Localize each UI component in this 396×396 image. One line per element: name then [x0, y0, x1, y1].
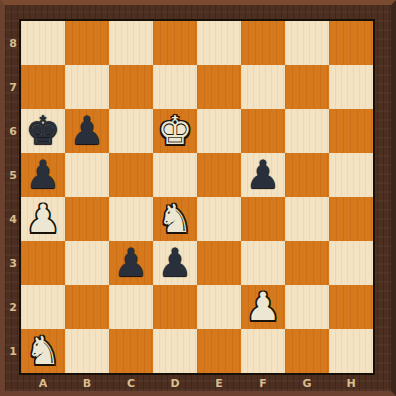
rank-label-2: 2 [5, 285, 21, 329]
file-label-c: C [109, 374, 153, 392]
square-e3[interactable] [197, 241, 241, 285]
piece-black-pawn[interactable]: ♟ [26, 153, 61, 197]
square-e2[interactable] [197, 285, 241, 329]
square-h7[interactable] [329, 65, 373, 109]
piece-black-pawn[interactable]: ♟ [246, 153, 281, 197]
square-c4[interactable] [109, 197, 153, 241]
square-d7[interactable] [153, 65, 197, 109]
square-e6[interactable] [197, 109, 241, 153]
file-label-a: A [21, 374, 65, 392]
square-h4[interactable] [329, 197, 373, 241]
square-g7[interactable] [285, 65, 329, 109]
piece-white-king[interactable]: ♚ [158, 109, 193, 153]
square-f5[interactable]: ♟ [241, 153, 285, 197]
square-d3[interactable]: ♟ [153, 241, 197, 285]
square-b2[interactable] [65, 285, 109, 329]
square-h3[interactable] [329, 241, 373, 285]
file-label-d: D [153, 374, 197, 392]
square-g1[interactable] [285, 329, 329, 373]
square-c7[interactable] [109, 65, 153, 109]
square-e5[interactable] [197, 153, 241, 197]
square-h2[interactable] [329, 285, 373, 329]
square-d1[interactable] [153, 329, 197, 373]
square-e4[interactable] [197, 197, 241, 241]
square-d8[interactable] [153, 21, 197, 65]
square-f2[interactable]: ♟ [241, 285, 285, 329]
square-c5[interactable] [109, 153, 153, 197]
rank-label-8: 8 [5, 21, 21, 65]
square-b5[interactable] [65, 153, 109, 197]
square-a6[interactable]: ♚ [21, 109, 65, 153]
square-d5[interactable] [153, 153, 197, 197]
square-a5[interactable]: ♟ [21, 153, 65, 197]
square-f1[interactable] [241, 329, 285, 373]
square-b6[interactable]: ♟ [65, 109, 109, 153]
square-b3[interactable] [65, 241, 109, 285]
square-c1[interactable] [109, 329, 153, 373]
square-g2[interactable] [285, 285, 329, 329]
square-g5[interactable] [285, 153, 329, 197]
square-c6[interactable] [109, 109, 153, 153]
file-label-h: H [329, 374, 373, 392]
piece-black-pawn[interactable]: ♟ [70, 109, 105, 153]
square-b4[interactable] [65, 197, 109, 241]
square-f8[interactable] [241, 21, 285, 65]
square-a2[interactable] [21, 285, 65, 329]
file-label-f: F [241, 374, 285, 392]
piece-white-knight[interactable]: ♞ [26, 329, 61, 373]
square-h1[interactable] [329, 329, 373, 373]
square-h8[interactable] [329, 21, 373, 65]
square-a1[interactable]: ♞ [21, 329, 65, 373]
square-d4[interactable]: ♞ [153, 197, 197, 241]
piece-black-pawn[interactable]: ♟ [158, 241, 193, 285]
file-label-g: G [285, 374, 329, 392]
file-label-b: B [65, 374, 109, 392]
square-b1[interactable] [65, 329, 109, 373]
square-a7[interactable] [21, 65, 65, 109]
rank-label-1: 1 [5, 329, 21, 373]
square-d2[interactable] [153, 285, 197, 329]
square-g6[interactable] [285, 109, 329, 153]
square-d6[interactable]: ♚ [153, 109, 197, 153]
square-e1[interactable] [197, 329, 241, 373]
rank-label-6: 6 [5, 109, 21, 153]
rank-label-3: 3 [5, 241, 21, 285]
square-a3[interactable] [21, 241, 65, 285]
rank-label-7: 7 [5, 65, 21, 109]
square-b7[interactable] [65, 65, 109, 109]
rank-labels: 87654321 [5, 21, 21, 373]
file-label-e: E [197, 374, 241, 392]
file-labels: ABCDEFGH [21, 374, 373, 392]
square-a4[interactable]: ♟ [21, 197, 65, 241]
chess-board-frame: 87654321 ABCDEFGH ♚♟♚♟♟♟♞♟♟♟♞ [0, 0, 396, 396]
piece-black-pawn[interactable]: ♟ [114, 241, 149, 285]
square-a8[interactable] [21, 21, 65, 65]
piece-white-pawn[interactable]: ♟ [246, 285, 281, 329]
square-c3[interactable]: ♟ [109, 241, 153, 285]
square-c2[interactable] [109, 285, 153, 329]
square-f6[interactable] [241, 109, 285, 153]
square-f4[interactable] [241, 197, 285, 241]
piece-white-pawn[interactable]: ♟ [26, 197, 61, 241]
square-f7[interactable] [241, 65, 285, 109]
piece-black-king[interactable]: ♚ [26, 109, 61, 153]
rank-label-5: 5 [5, 153, 21, 197]
square-c8[interactable] [109, 21, 153, 65]
square-f3[interactable] [241, 241, 285, 285]
rank-label-4: 4 [5, 197, 21, 241]
square-g3[interactable] [285, 241, 329, 285]
square-h6[interactable] [329, 109, 373, 153]
square-g4[interactable] [285, 197, 329, 241]
square-e8[interactable] [197, 21, 241, 65]
square-h5[interactable] [329, 153, 373, 197]
square-e7[interactable] [197, 65, 241, 109]
square-g8[interactable] [285, 21, 329, 65]
square-b8[interactable] [65, 21, 109, 65]
piece-white-knight[interactable]: ♞ [158, 197, 193, 241]
chess-board: ♚♟♚♟♟♟♞♟♟♟♞ [21, 21, 373, 373]
